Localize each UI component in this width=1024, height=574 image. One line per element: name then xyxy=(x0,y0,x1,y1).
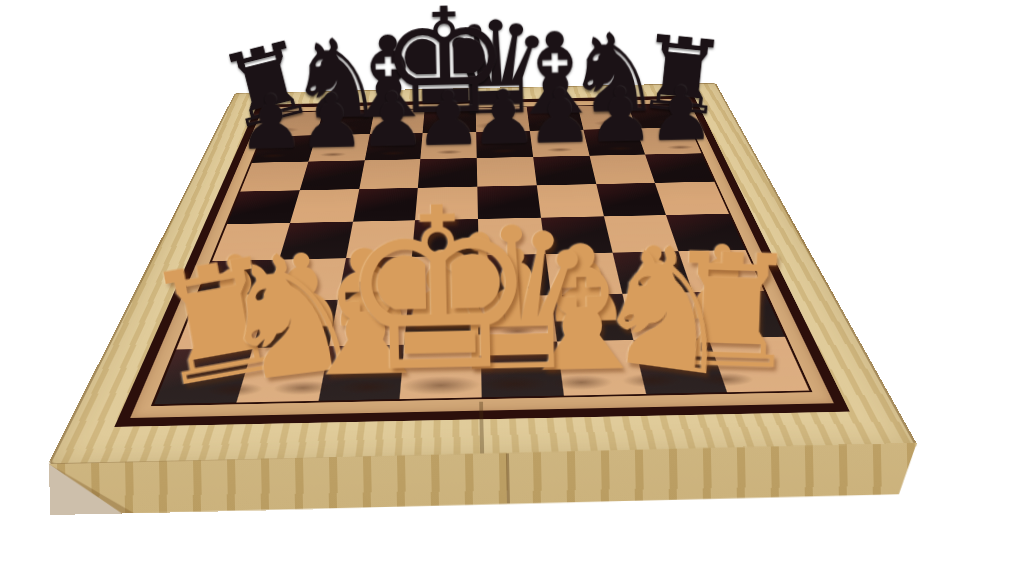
square-g8 xyxy=(577,105,636,130)
square-g7 xyxy=(583,128,645,155)
camera-tilt-wrapper: ♜♞♝♚♛♝♞♜♟♟♟♟♟♟♟♟♟♟♟♟♟♟♟♟♜♞♝♚♛♝♞♜ xyxy=(0,0,1024,574)
square-a6 xyxy=(240,161,308,191)
square-e7 xyxy=(476,131,533,158)
square-b8 xyxy=(316,110,374,135)
square-c7 xyxy=(364,133,422,160)
king-glyph: ♚ xyxy=(336,177,541,404)
square-b7 xyxy=(308,134,369,161)
square-d7 xyxy=(421,132,477,159)
square-f7 xyxy=(530,130,590,157)
chess-board: ♜♞♝♚♛♝♞♜♟♟♟♟♟♟♟♟♟♟♟♟♟♟♟♟♜♞♝♚♛♝♞♜ xyxy=(47,83,919,466)
square-a7 xyxy=(252,135,316,162)
chess-set-photo: ♜♞♝♚♛♝♞♜♟♟♟♟♟♟♟♟♟♟♟♟♟♟♟♟♜♞♝♚♛♝♞♜ xyxy=(0,0,1024,574)
square-h8 xyxy=(628,104,689,128)
square-a8 xyxy=(263,111,323,136)
square-e8 xyxy=(476,107,530,132)
square-f8 xyxy=(527,106,583,131)
square-c8 xyxy=(369,109,424,134)
square-f6 xyxy=(533,155,596,185)
square-d8 xyxy=(423,108,476,133)
square-h7 xyxy=(636,127,701,154)
square-g6 xyxy=(589,154,655,184)
